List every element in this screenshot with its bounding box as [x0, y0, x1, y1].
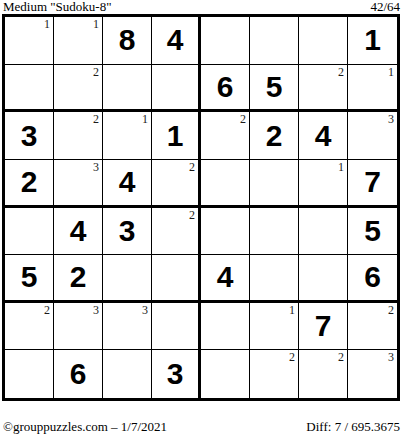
cell-r2c5[interactable]: 6 [201, 65, 250, 113]
cell-r3c8[interactable]: 3 [348, 112, 397, 160]
cell-r8c3[interactable] [103, 350, 152, 398]
cell-r4c6[interactable] [250, 160, 299, 208]
cell-r3c3[interactable]: 1 [103, 112, 152, 160]
cell-r5c5[interactable] [201, 208, 250, 256]
puzzle-footer: ©grouppuzzles.com – 1/7/2021 Diff: 7 / 6… [3, 419, 400, 434]
given-digit: 5 [5, 255, 53, 300]
given-digit: 4 [54, 208, 102, 255]
cell-r2c3[interactable] [103, 65, 152, 113]
cell-r3c2[interactable]: 2 [54, 112, 103, 160]
cell-r2c1[interactable] [5, 65, 54, 113]
pencil-mark: 2 [289, 350, 295, 364]
cell-r4c8[interactable]: 7 [348, 160, 397, 208]
cell-r8c5[interactable] [201, 350, 250, 398]
given-digit: 1 [348, 17, 397, 64]
cell-r2c2[interactable]: 2 [54, 65, 103, 113]
cell-r2c7[interactable]: 2 [299, 65, 348, 113]
cell-r5c1[interactable] [5, 208, 54, 256]
cell-r3c7[interactable]: 4 [299, 112, 348, 160]
given-digit: 4 [152, 17, 198, 64]
pencil-mark: 3 [388, 112, 394, 126]
pencil-mark: 2 [338, 350, 344, 364]
cell-r4c5[interactable] [201, 160, 250, 208]
cell-r7c3[interactable]: 3 [103, 303, 152, 351]
given-digit: 3 [152, 350, 198, 398]
pencil-mark: 2 [93, 65, 99, 79]
copyright-date: ©grouppuzzles.com – 1/7/2021 [3, 419, 167, 434]
cell-r5c3[interactable]: 3 [103, 208, 152, 256]
puzzle-title: Medium "Sudoku-8" [3, 0, 111, 14]
cell-r5c2[interactable]: 4 [54, 208, 103, 256]
cell-r8c7[interactable]: 2 [299, 350, 348, 398]
pencil-mark: 2 [189, 160, 195, 174]
difficulty-rating: Diff: 7 / 695.3675 [306, 419, 400, 434]
cell-r3c6[interactable]: 2 [250, 112, 299, 160]
cell-counter: 42/64 [370, 0, 400, 14]
given-digit: 3 [103, 208, 151, 255]
cell-r8c4[interactable]: 3 [152, 350, 201, 398]
cell-r8c6[interactable]: 2 [250, 350, 299, 398]
pencil-mark: 1 [93, 17, 99, 31]
given-digit: 5 [250, 65, 298, 110]
cell-r1c7[interactable] [299, 17, 348, 65]
pencil-mark: 1 [142, 112, 148, 126]
sudoku-board: 1184126521321122432342174325524623317263… [2, 14, 400, 401]
puzzle-header: Medium "Sudoku-8" 42/64 [3, 0, 400, 14]
pencil-mark: 1 [388, 65, 394, 79]
cell-r3c4[interactable]: 1 [152, 112, 201, 160]
pencil-mark: 3 [93, 303, 99, 317]
pencil-mark: 2 [388, 303, 394, 317]
cell-r2c4[interactable] [152, 65, 201, 113]
cell-r4c7[interactable]: 1 [299, 160, 348, 208]
given-digit: 2 [54, 255, 102, 300]
cell-r7c4[interactable] [152, 303, 201, 351]
pencil-mark: 3 [93, 160, 99, 174]
cell-r1c3[interactable]: 8 [103, 17, 152, 65]
pencil-mark: 2 [44, 303, 50, 317]
given-digit: 5 [348, 208, 397, 255]
cell-r3c5[interactable]: 2 [201, 112, 250, 160]
cell-r6c6[interactable] [250, 255, 299, 303]
cell-r7c5[interactable] [201, 303, 250, 351]
cell-r1c6[interactable] [250, 17, 299, 65]
cell-r8c2[interactable]: 6 [54, 350, 103, 398]
cell-r7c2[interactable]: 3 [54, 303, 103, 351]
cell-r3c1[interactable]: 3 [5, 112, 54, 160]
cell-r1c5[interactable] [201, 17, 250, 65]
given-digit: 2 [5, 160, 53, 205]
given-digit: 7 [299, 303, 347, 350]
pencil-mark: 3 [142, 303, 148, 317]
cell-r7c1[interactable]: 2 [5, 303, 54, 351]
given-digit: 6 [201, 65, 249, 110]
pencil-mark: 2 [189, 208, 195, 222]
given-digit: 7 [348, 160, 397, 205]
pencil-mark: 1 [289, 303, 295, 317]
cell-r8c1[interactable] [5, 350, 54, 398]
given-digit: 8 [103, 17, 151, 64]
cell-r4c3[interactable]: 4 [103, 160, 152, 208]
pencil-mark: 2 [240, 112, 246, 126]
cell-r8c8[interactable]: 3 [348, 350, 397, 398]
cell-r2c6[interactable]: 5 [250, 65, 299, 113]
cell-r6c1[interactable]: 5 [5, 255, 54, 303]
cell-r6c4[interactable] [152, 255, 201, 303]
cell-r7c7[interactable]: 7 [299, 303, 348, 351]
pencil-mark: 1 [44, 17, 50, 31]
cell-r5c7[interactable] [299, 208, 348, 256]
cell-r5c4[interactable]: 2 [152, 208, 201, 256]
cell-r7c6[interactable]: 1 [250, 303, 299, 351]
cell-r2c8[interactable]: 1 [348, 65, 397, 113]
cell-r6c3[interactable] [103, 255, 152, 303]
given-digit: 4 [201, 255, 249, 300]
given-digit: 4 [103, 160, 151, 205]
given-digit: 3 [5, 112, 53, 159]
cell-r6c7[interactable] [299, 255, 348, 303]
cell-r7c8[interactable]: 2 [348, 303, 397, 351]
given-digit: 1 [152, 112, 198, 159]
given-digit: 4 [299, 112, 347, 159]
cell-r1c8[interactable]: 1 [348, 17, 397, 65]
puzzle-page: Medium "Sudoku-8" 42/64 1184126521321122… [0, 0, 403, 437]
cell-r4c1[interactable]: 2 [5, 160, 54, 208]
cell-r4c4[interactable]: 2 [152, 160, 201, 208]
cell-r1c1[interactable]: 1 [5, 17, 54, 65]
pencil-mark: 2 [338, 65, 344, 79]
cell-r4c2[interactable]: 3 [54, 160, 103, 208]
cell-r5c6[interactable] [250, 208, 299, 256]
pencil-mark: 2 [93, 112, 99, 126]
cell-r6c8[interactable]: 6 [348, 255, 397, 303]
given-digit: 6 [348, 255, 397, 300]
cell-r1c2[interactable]: 1 [54, 17, 103, 65]
cell-r6c5[interactable]: 4 [201, 255, 250, 303]
pencil-mark: 3 [388, 350, 394, 364]
given-digit: 2 [250, 112, 298, 159]
given-digit: 6 [54, 350, 102, 398]
pencil-mark: 1 [338, 160, 344, 174]
cell-r5c8[interactable]: 5 [348, 208, 397, 256]
cell-r6c2[interactable]: 2 [54, 255, 103, 303]
cell-r1c4[interactable]: 4 [152, 17, 201, 65]
